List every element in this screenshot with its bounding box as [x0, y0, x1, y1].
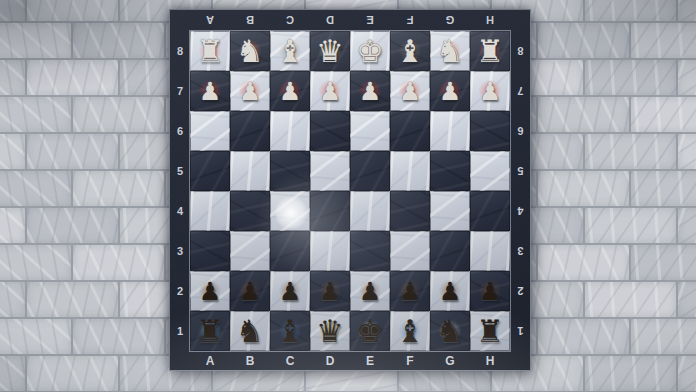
piece-white-pawn-d2[interactable]: ♟ [310, 271, 350, 311]
piece-white-pawn-a2[interactable]: ♟ [190, 271, 230, 311]
square-a1[interactable]: ♜ [190, 311, 230, 351]
piece-black-pawn-f7[interactable]: ♟ [390, 71, 430, 111]
piece-white-pawn-g2[interactable]: ♟ [430, 271, 470, 311]
file-label-top-g: G [430, 10, 470, 31]
piece-white-pawn-h2[interactable]: ♟ [470, 271, 510, 311]
chess-board: ABCDEFGH ABCDEFGH 87654321 87654321 ♜♞♝♛… [169, 9, 531, 371]
piece-black-pawn-g7[interactable]: ♟ [430, 71, 470, 111]
square-c2[interactable]: ♟ [270, 271, 310, 311]
file-label-top-d: D [310, 10, 350, 31]
floor-tile [27, 0, 118, 21]
square-b6[interactable] [230, 111, 270, 151]
floor-tile [585, 60, 676, 95]
floor-tile [0, 171, 71, 206]
square-d5[interactable] [310, 151, 350, 191]
piece-black-bishop-f8[interactable]: ♝ [390, 31, 430, 71]
square-c5[interactable] [270, 151, 310, 191]
floor-tile [585, 134, 676, 169]
black-rook-glyph: ♜ [196, 36, 224, 67]
square-d3[interactable] [310, 231, 350, 271]
square-d7[interactable]: ♟ [310, 71, 350, 111]
square-d2[interactable]: ♟ [310, 271, 350, 311]
black-pawn-glyph: ♟ [199, 79, 221, 104]
square-e7[interactable]: ♟ [350, 71, 390, 111]
file-labels-bottom: ABCDEFGH [190, 351, 510, 371]
floor-tile [0, 0, 25, 21]
white-bishop-glyph: ♝ [276, 316, 304, 347]
square-a6[interactable] [190, 111, 230, 151]
square-a5[interactable] [190, 151, 230, 191]
square-c3[interactable] [270, 231, 310, 271]
square-f1[interactable]: ♝ [390, 311, 430, 351]
piece-black-rook-h8[interactable]: ♜ [470, 31, 510, 71]
floor-tile [585, 282, 676, 317]
square-c6[interactable] [270, 111, 310, 151]
rank-label-right-3: 3 [510, 231, 531, 271]
piece-black-knight-g8[interactable]: ♞ [430, 31, 470, 71]
black-knight-glyph: ♞ [436, 36, 464, 67]
piece-white-knight-b1[interactable]: ♞ [230, 311, 270, 351]
piece-white-pawn-b2[interactable]: ♟ [230, 271, 270, 311]
floor-tile [631, 23, 696, 58]
white-knight-glyph: ♞ [236, 316, 264, 347]
white-king-glyph: ♚ [356, 316, 384, 347]
piece-black-pawn-b7[interactable]: ♟ [230, 71, 270, 111]
square-h7[interactable]: ♟ [470, 71, 510, 111]
square-g3[interactable] [430, 231, 470, 271]
rank-label-left-1: 1 [170, 311, 190, 351]
piece-black-pawn-a7[interactable]: ♟ [190, 71, 230, 111]
square-h2[interactable]: ♟ [470, 271, 510, 311]
floor-tile [631, 245, 696, 280]
rank-label-right-7: 7 [510, 71, 531, 111]
black-rook-glyph: ♜ [476, 36, 504, 67]
square-b5[interactable] [230, 151, 270, 191]
floor-tile [27, 60, 118, 95]
piece-white-knight-g1[interactable]: ♞ [430, 311, 470, 351]
white-queen-glyph: ♛ [316, 316, 344, 347]
square-b4[interactable] [230, 191, 270, 231]
floor-tile [678, 356, 696, 391]
square-h3[interactable] [470, 231, 510, 271]
square-b2[interactable]: ♟ [230, 271, 270, 311]
floor-tile [0, 245, 71, 280]
floor-tile [73, 319, 164, 354]
floor-tile [538, 319, 629, 354]
square-h8[interactable]: ♜ [470, 31, 510, 71]
white-knight-glyph: ♞ [436, 316, 464, 347]
piece-black-rook-a8[interactable]: ♜ [190, 31, 230, 71]
square-c8[interactable]: ♝ [270, 31, 310, 71]
file-label-bottom-h: H [470, 351, 510, 371]
file-label-bottom-e: E [350, 351, 390, 371]
black-queen-glyph: ♛ [316, 36, 344, 67]
piece-white-pawn-c2[interactable]: ♟ [270, 271, 310, 311]
floor-tile [27, 208, 118, 243]
rank-labels-right: 87654321 [510, 31, 531, 351]
square-a8[interactable]: ♜ [190, 31, 230, 71]
black-pawn-glyph: ♟ [479, 79, 501, 104]
file-label-bottom-g: G [430, 351, 470, 371]
square-g2[interactable]: ♟ [430, 271, 470, 311]
rank-labels-left: 87654321 [170, 31, 190, 351]
square-f6[interactable] [390, 111, 430, 151]
file-label-bottom-f: F [390, 351, 430, 371]
floor-tile [538, 245, 629, 280]
square-f5[interactable] [390, 151, 430, 191]
file-label-top-c: C [270, 10, 310, 31]
floor-tile [73, 97, 164, 132]
square-f4[interactable] [390, 191, 430, 231]
square-g8[interactable]: ♞ [430, 31, 470, 71]
rank-label-left-7: 7 [170, 71, 190, 111]
file-label-top-e: E [350, 10, 390, 31]
floor-tile [73, 23, 164, 58]
chess-game-scene: ABCDEFGH ABCDEFGH 87654321 87654321 ♜♞♝♛… [0, 0, 696, 392]
square-c7[interactable]: ♟ [270, 71, 310, 111]
rank-label-left-2: 2 [170, 271, 190, 311]
white-rook-glyph: ♜ [196, 316, 224, 347]
rank-label-right-6: 6 [510, 111, 531, 151]
floor-tile [678, 282, 696, 317]
square-a3[interactable] [190, 231, 230, 271]
white-pawn-glyph: ♟ [199, 279, 221, 304]
square-e4[interactable] [350, 191, 390, 231]
piece-black-king-e8[interactable]: ♚ [350, 31, 390, 71]
white-pawn-glyph: ♟ [319, 279, 341, 304]
black-pawn-glyph: ♟ [359, 79, 381, 104]
file-label-bottom-b: B [230, 351, 270, 371]
floor-tile [0, 97, 71, 132]
square-b1[interactable]: ♞ [230, 311, 270, 351]
black-pawn-glyph: ♟ [399, 79, 421, 104]
square-h4[interactable] [470, 191, 510, 231]
floor-tile [631, 319, 696, 354]
black-pawn-glyph: ♟ [319, 79, 341, 104]
square-e1[interactable]: ♚ [350, 311, 390, 351]
black-pawn-glyph: ♟ [239, 79, 261, 104]
floor-tile [538, 97, 629, 132]
floor-tile [0, 282, 25, 317]
square-a4[interactable] [190, 191, 230, 231]
white-pawn-glyph: ♟ [479, 279, 501, 304]
rank-label-right-1: 1 [510, 311, 531, 351]
floor-tile [0, 23, 71, 58]
piece-black-pawn-c7[interactable]: ♟ [270, 71, 310, 111]
floor-tile [73, 171, 164, 206]
floor-tile [678, 134, 696, 169]
file-label-top-a: A [190, 10, 230, 31]
white-pawn-glyph: ♟ [399, 279, 421, 304]
piece-black-pawn-h7[interactable]: ♟ [470, 71, 510, 111]
file-label-top-h: H [470, 10, 510, 31]
floor-tile [585, 208, 676, 243]
rank-label-left-4: 4 [170, 191, 190, 231]
floor-tile [678, 60, 696, 95]
black-bishop-glyph: ♝ [396, 36, 424, 67]
black-king-glyph: ♚ [356, 36, 384, 67]
file-label-top-b: B [230, 10, 270, 31]
floor-tile [0, 60, 25, 95]
floor-tile [0, 319, 71, 354]
piece-white-pawn-e2[interactable]: ♟ [350, 271, 390, 311]
black-pawn-glyph: ♟ [439, 79, 461, 104]
square-f3[interactable] [390, 231, 430, 271]
square-b7[interactable]: ♟ [230, 71, 270, 111]
square-h6[interactable] [470, 111, 510, 151]
file-label-bottom-d: D [310, 351, 350, 371]
square-b3[interactable] [230, 231, 270, 271]
file-label-bottom-c: C [270, 351, 310, 371]
floor-tile [0, 356, 25, 391]
floor-tile [585, 0, 676, 21]
white-pawn-glyph: ♟ [279, 279, 301, 304]
piece-white-king-e1[interactable]: ♚ [350, 311, 390, 351]
piece-white-queen-d1[interactable]: ♛ [310, 311, 350, 351]
square-g4[interactable] [430, 191, 470, 231]
rank-label-left-6: 6 [170, 111, 190, 151]
file-labels-top: ABCDEFGH [190, 10, 510, 31]
rank-label-left-5: 5 [170, 151, 190, 191]
square-f7[interactable]: ♟ [390, 71, 430, 111]
square-h1[interactable]: ♜ [470, 311, 510, 351]
square-c4[interactable] [270, 191, 310, 231]
floor-tile [678, 208, 696, 243]
square-a7[interactable]: ♟ [190, 71, 230, 111]
floor-tile [631, 97, 696, 132]
rank-label-left-8: 8 [170, 31, 190, 71]
board-squares: ♜♞♝♛♚♝♞♜♟♟♟♟♟♟♟♟♟♟♟♟♟♟♟♟♜♞♝♛♚♝♞♜ [190, 31, 510, 351]
square-f2[interactable]: ♟ [390, 271, 430, 311]
piece-white-bishop-c1[interactable]: ♝ [270, 311, 310, 351]
piece-black-pawn-d7[interactable]: ♟ [310, 71, 350, 111]
floor-tile [631, 171, 696, 206]
square-a2[interactable]: ♟ [190, 271, 230, 311]
white-rook-glyph: ♜ [476, 316, 504, 347]
square-f8[interactable]: ♝ [390, 31, 430, 71]
square-d4[interactable] [310, 191, 350, 231]
square-e5[interactable] [350, 151, 390, 191]
white-pawn-glyph: ♟ [439, 279, 461, 304]
file-label-top-f: F [390, 10, 430, 31]
square-c1[interactable]: ♝ [270, 311, 310, 351]
piece-black-queen-d8[interactable]: ♛ [310, 31, 350, 71]
floor-tile [73, 245, 164, 280]
floor-tile [0, 208, 25, 243]
piece-white-rook-h1[interactable]: ♜ [470, 311, 510, 351]
square-g1[interactable]: ♞ [430, 311, 470, 351]
square-d1[interactable]: ♛ [310, 311, 350, 351]
rank-label-right-5: 5 [510, 151, 531, 191]
floor-tile [0, 134, 25, 169]
square-e2[interactable]: ♟ [350, 271, 390, 311]
floor-tile [27, 282, 118, 317]
black-knight-glyph: ♞ [236, 36, 264, 67]
rank-label-right-2: 2 [510, 271, 531, 311]
black-bishop-glyph: ♝ [276, 36, 304, 67]
rank-label-right-8: 8 [510, 31, 531, 71]
square-e3[interactable] [350, 231, 390, 271]
floor-tile [27, 134, 118, 169]
floor-tile [538, 171, 629, 206]
piece-white-bishop-f1[interactable]: ♝ [390, 311, 430, 351]
square-e6[interactable] [350, 111, 390, 151]
floor-tile [678, 0, 696, 21]
white-pawn-glyph: ♟ [359, 279, 381, 304]
square-d8[interactable]: ♛ [310, 31, 350, 71]
square-g7[interactable]: ♟ [430, 71, 470, 111]
piece-black-bishop-c8[interactable]: ♝ [270, 31, 310, 71]
rank-label-left-3: 3 [170, 231, 190, 271]
square-b8[interactable]: ♞ [230, 31, 270, 71]
square-g6[interactable] [430, 111, 470, 151]
square-h5[interactable] [470, 151, 510, 191]
square-d6[interactable] [310, 111, 350, 151]
piece-white-rook-a1[interactable]: ♜ [190, 311, 230, 351]
piece-black-knight-b8[interactable]: ♞ [230, 31, 270, 71]
black-pawn-glyph: ♟ [279, 79, 301, 104]
piece-white-pawn-f2[interactable]: ♟ [390, 271, 430, 311]
square-e8[interactable]: ♚ [350, 31, 390, 71]
file-label-bottom-a: A [190, 351, 230, 371]
floor-tile [585, 356, 676, 391]
floor-tile [27, 356, 118, 391]
square-g5[interactable] [430, 151, 470, 191]
floor-tile [538, 23, 629, 58]
piece-black-pawn-e7[interactable]: ♟ [350, 71, 390, 111]
white-bishop-glyph: ♝ [396, 316, 424, 347]
white-pawn-glyph: ♟ [239, 279, 261, 304]
rank-label-right-4: 4 [510, 191, 531, 231]
